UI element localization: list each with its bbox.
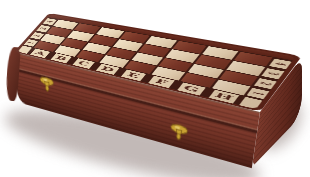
clasp-icon	[162, 120, 196, 146]
rank-label: 3	[262, 68, 285, 79]
rank-label-text: 1	[250, 91, 265, 97]
clasp-icon	[39, 75, 55, 95]
rank-label-text: 3	[39, 27, 48, 30]
brass-clasp	[39, 75, 55, 95]
product-photo: 44332211ABCDEFGH	[0, 0, 310, 177]
frame-corner	[239, 97, 262, 109]
rank-label-text: 3	[265, 71, 280, 76]
rank-label: 4	[269, 59, 292, 70]
file-label-text: G	[182, 85, 200, 94]
file-label-text: E	[126, 72, 141, 79]
rank-label-text: 1	[27, 41, 36, 44]
file-label-text: A	[34, 50, 46, 56]
frame-corner	[18, 46, 32, 54]
file-label-text: C	[77, 60, 91, 67]
rank-label-text: 4	[45, 20, 54, 23]
file-label-text: D	[100, 65, 116, 72]
rank-label-text: 2	[258, 81, 273, 86]
file-label-text: B	[54, 55, 68, 62]
rank-label-text: 4	[273, 61, 288, 66]
file-label-text: F	[154, 78, 169, 86]
file-label-text: H	[213, 92, 234, 102]
rank-label-text: 2	[33, 34, 42, 37]
rank-label: 2	[254, 78, 277, 89]
brass-clasp	[162, 120, 196, 146]
